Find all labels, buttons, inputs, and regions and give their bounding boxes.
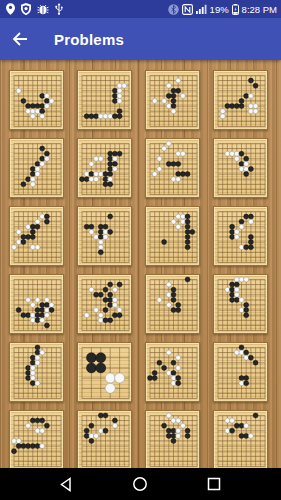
go-board-svg <box>146 411 201 468</box>
problem-thumbnail[interactable] <box>213 410 268 468</box>
usb-icon <box>55 3 63 15</box>
problem-thumbnail[interactable] <box>145 206 200 266</box>
go-board-svg <box>146 139 201 199</box>
navigation-bar <box>0 468 281 500</box>
problem-thumbnail[interactable] <box>145 342 200 402</box>
nav-home-icon[interactable] <box>127 471 153 497</box>
go-board-svg <box>78 207 133 267</box>
go-board-svg <box>214 71 269 131</box>
battery-percent: 19% <box>210 4 229 15</box>
status-time: 8:28 PM <box>242 4 277 15</box>
problem-thumbnail[interactable] <box>213 206 268 266</box>
problem-thumbnail[interactable] <box>77 206 132 266</box>
problem-thumbnail[interactable] <box>145 274 200 334</box>
status-right-cluster: 19% 8:28 PM <box>168 4 277 15</box>
nav-back-icon[interactable] <box>54 471 80 497</box>
go-board-svg <box>214 343 269 403</box>
go-board-svg <box>78 275 133 335</box>
go-board-svg <box>214 207 269 267</box>
back-arrow-icon[interactable] <box>0 18 40 60</box>
problems-grid <box>0 60 281 468</box>
go-board-svg <box>10 71 65 131</box>
go-board-svg <box>10 139 65 199</box>
bluetooth-icon <box>168 4 179 15</box>
problem-thumbnail[interactable] <box>213 138 268 198</box>
problem-thumbnail[interactable] <box>77 342 132 402</box>
problem-thumbnail[interactable] <box>213 70 268 130</box>
go-board-svg <box>214 275 269 335</box>
go-board-svg <box>214 411 269 468</box>
bug-icon <box>37 4 49 15</box>
problem-thumbnail[interactable] <box>9 410 64 468</box>
app-bar: Problems <box>0 18 281 60</box>
content-area <box>0 60 281 468</box>
signal-icon <box>196 4 207 14</box>
go-board-svg <box>10 411 65 468</box>
problem-thumbnail[interactable] <box>9 206 64 266</box>
go-board-svg <box>214 139 269 199</box>
go-board-svg <box>78 411 133 468</box>
problem-thumbnail[interactable] <box>213 342 268 402</box>
problem-thumbnail[interactable] <box>9 342 64 402</box>
problem-thumbnail[interactable] <box>77 274 132 334</box>
nav-recents-icon[interactable] <box>201 471 227 497</box>
battery-icon <box>232 4 239 15</box>
problem-thumbnail[interactable] <box>145 70 200 130</box>
location-icon <box>6 3 15 15</box>
shield-icon <box>21 3 31 15</box>
go-board-svg <box>78 343 133 403</box>
go-board-svg <box>78 139 133 199</box>
status-left-icons <box>6 3 63 15</box>
problem-thumbnail[interactable] <box>9 138 64 198</box>
page-title: Problems <box>54 31 124 48</box>
problem-thumbnail[interactable] <box>77 70 132 130</box>
nfc-icon <box>182 4 193 15</box>
go-board-svg <box>10 207 65 267</box>
go-board-svg <box>78 71 133 131</box>
go-board-svg <box>10 343 65 403</box>
problem-thumbnail[interactable] <box>213 274 268 334</box>
go-board-svg <box>146 343 201 403</box>
go-board-svg <box>10 275 65 335</box>
go-board-svg <box>146 207 201 267</box>
go-board-svg <box>146 275 201 335</box>
problem-thumbnail[interactable] <box>9 274 64 334</box>
go-board-svg <box>146 71 201 131</box>
status-bar: 19% 8:28 PM <box>0 0 281 18</box>
problem-thumbnail[interactable] <box>77 138 132 198</box>
problem-thumbnail[interactable] <box>9 70 64 130</box>
problem-thumbnail[interactable] <box>145 410 200 468</box>
problem-thumbnail[interactable] <box>145 138 200 198</box>
problem-thumbnail[interactable] <box>77 410 132 468</box>
